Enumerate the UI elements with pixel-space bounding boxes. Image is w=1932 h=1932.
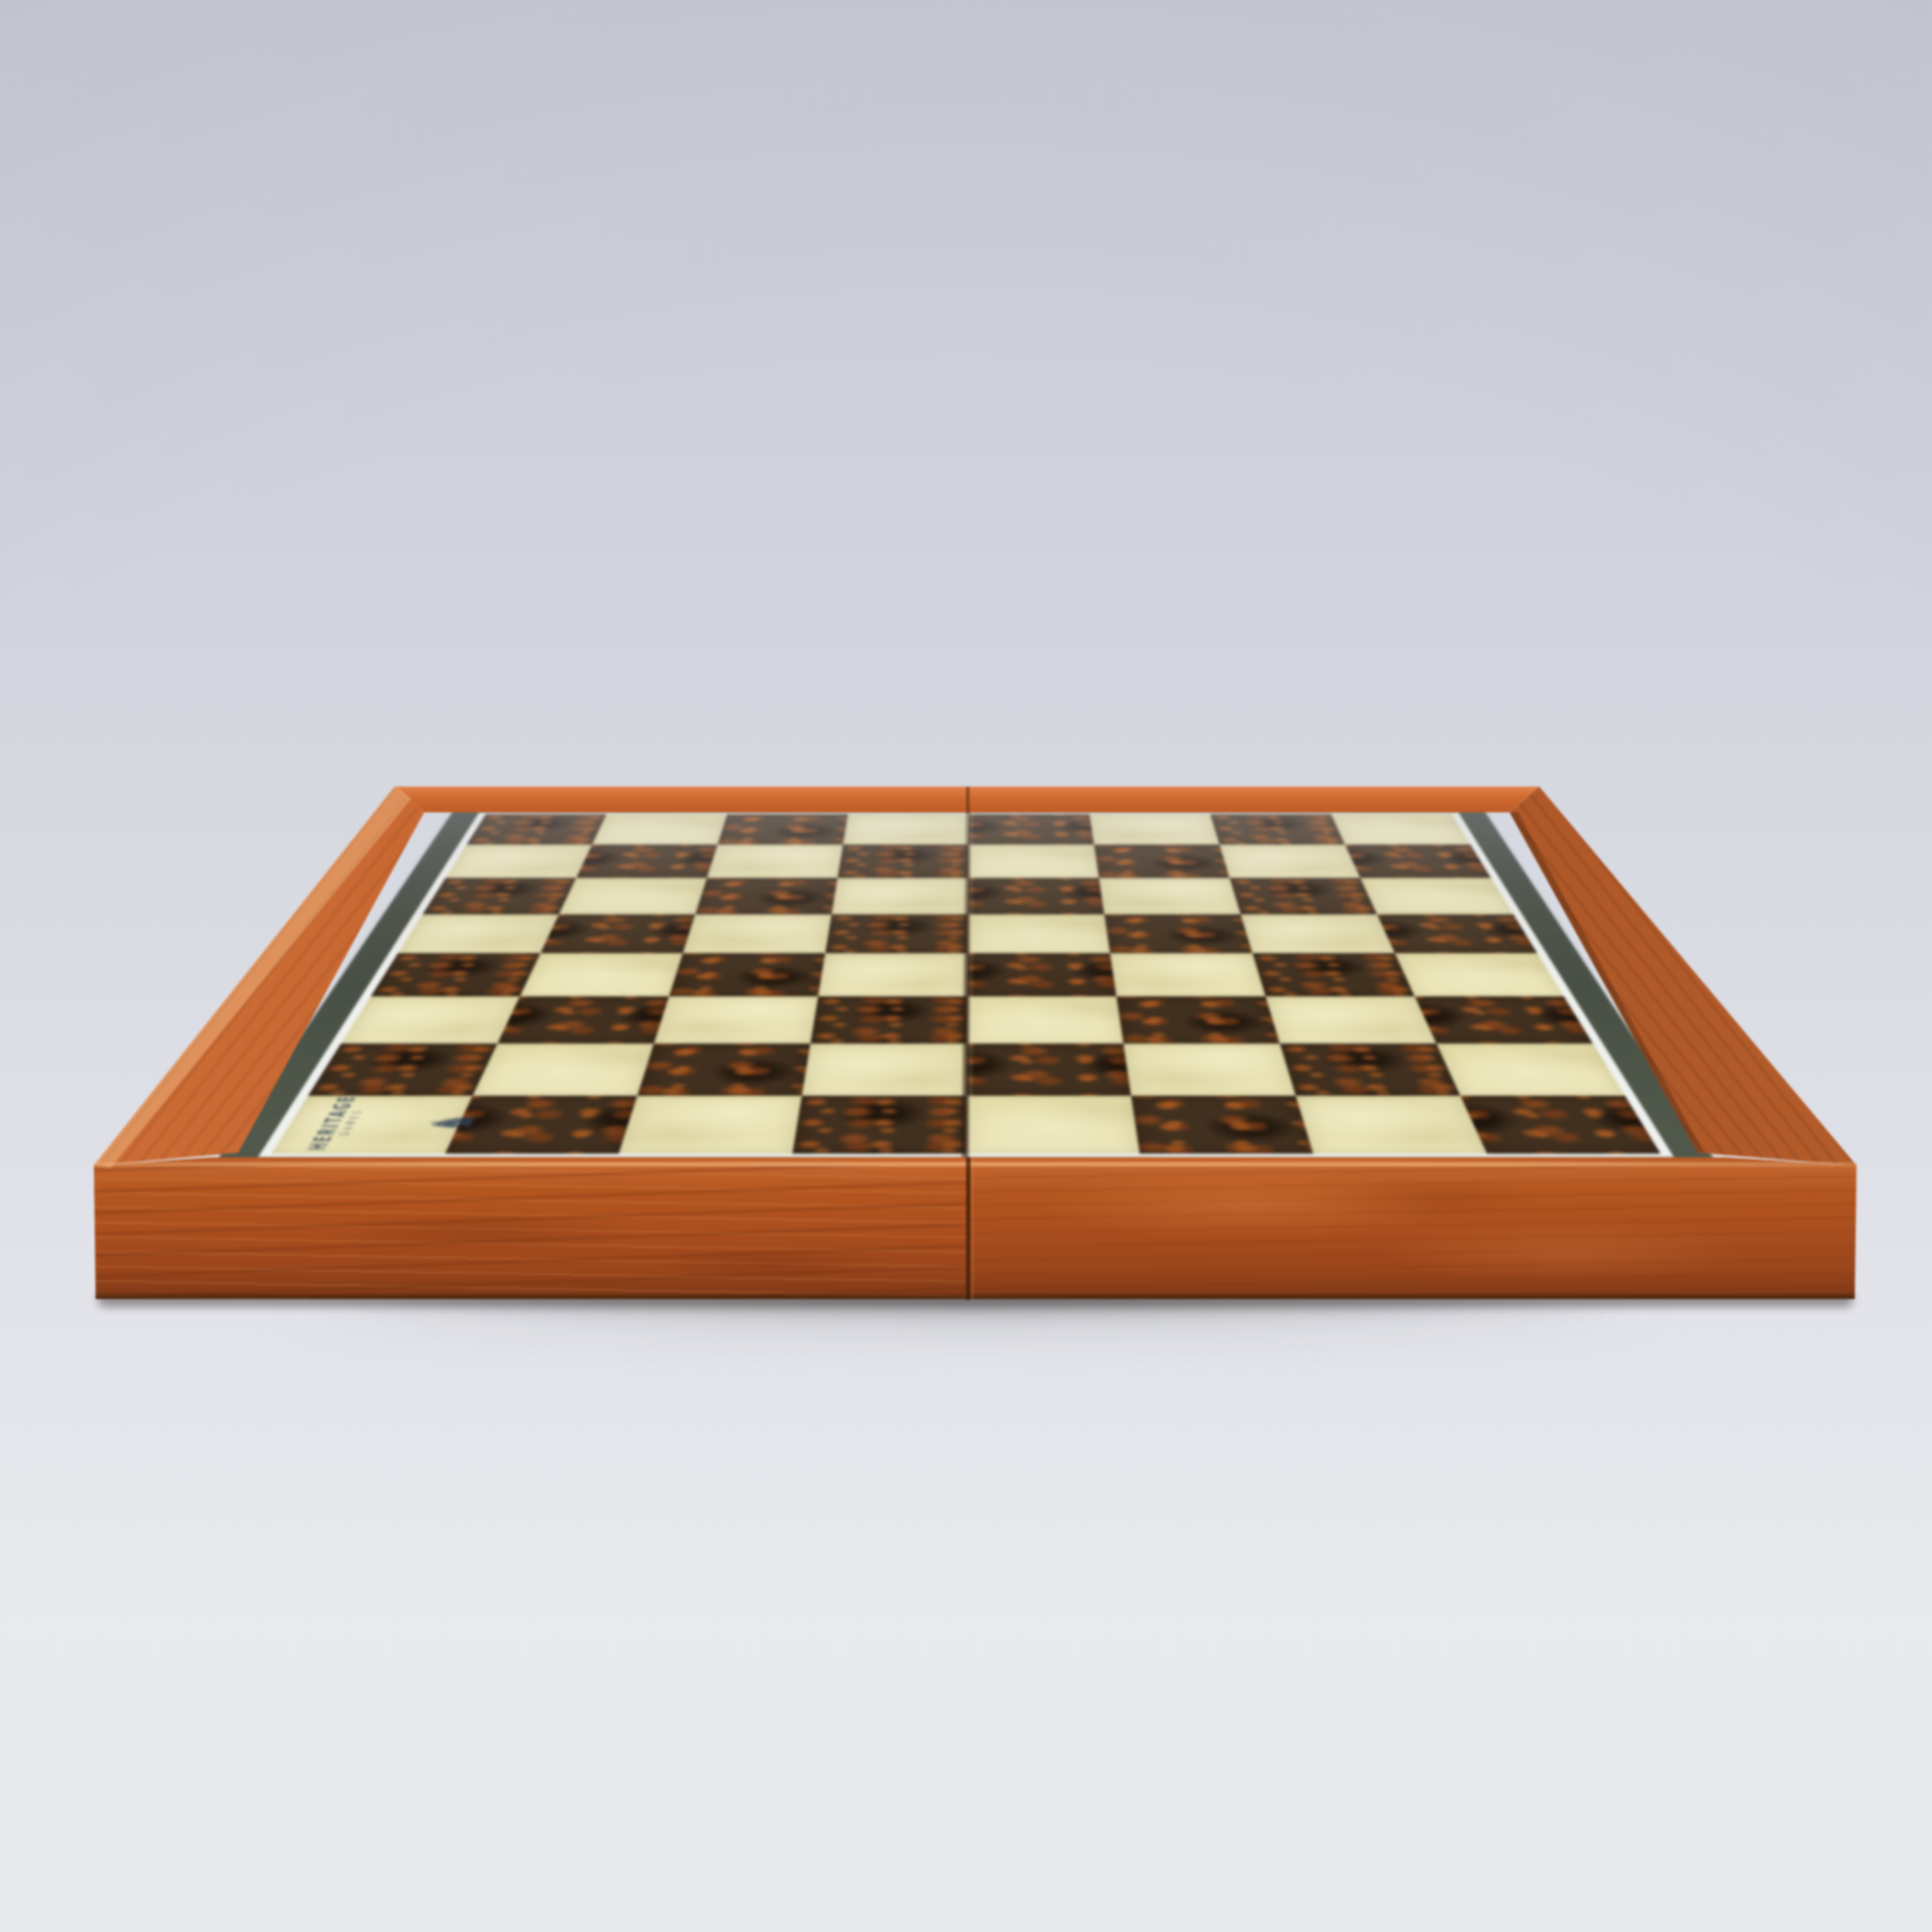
square (340, 996, 520, 1043)
square (707, 845, 843, 878)
square (683, 914, 832, 954)
square (1104, 914, 1252, 954)
square (792, 1096, 966, 1154)
square (669, 953, 825, 996)
square (445, 845, 592, 878)
product-photo-scene: HERITAGE GAMES ♞ (0, 0, 1932, 1932)
square (638, 1043, 811, 1096)
square (968, 878, 1104, 914)
frame-front-edge-highlight (94, 1162, 1857, 1167)
square (422, 878, 576, 914)
square (1331, 814, 1471, 845)
fold-seam-front (966, 1157, 971, 1300)
square (968, 914, 1110, 954)
square (1436, 1043, 1625, 1096)
square (1345, 845, 1491, 878)
square (498, 996, 670, 1043)
square (966, 1096, 1140, 1154)
square (1266, 996, 1437, 1043)
square (1460, 1096, 1661, 1154)
square (1110, 953, 1266, 996)
square (1252, 953, 1414, 996)
square (1361, 878, 1513, 914)
board-surface: HERITAGE GAMES ♞ (271, 814, 1661, 1154)
square (1240, 914, 1395, 954)
square (837, 845, 968, 878)
square (832, 878, 968, 914)
square (1123, 1043, 1295, 1096)
square (308, 1043, 498, 1096)
square (1089, 814, 1219, 845)
square (466, 814, 606, 845)
square (1211, 814, 1346, 845)
square (540, 914, 695, 954)
square (371, 953, 540, 996)
square (969, 814, 1094, 845)
square (397, 914, 558, 954)
folding-chessboard: HERITAGE GAMES ♞ (0, 0, 1932, 1932)
front-face-bottom-edge (94, 1294, 1857, 1300)
front-face-grain-left (92, 1163, 969, 1301)
square (654, 996, 819, 1043)
square (967, 1043, 1132, 1096)
square (1230, 878, 1377, 914)
square (1117, 996, 1281, 1043)
front-face-grain-right (969, 1163, 1857, 1301)
square (1415, 996, 1593, 1043)
square (592, 814, 727, 845)
knight-icon: ♞ (420, 1114, 486, 1132)
square (696, 878, 838, 914)
fold-seam-back-rail (966, 787, 970, 813)
square (1377, 914, 1537, 954)
square (1395, 953, 1564, 996)
square (576, 845, 718, 878)
square (1220, 845, 1361, 878)
square (520, 953, 683, 996)
square (1099, 878, 1241, 914)
square (967, 953, 1116, 996)
square (1280, 1043, 1460, 1096)
square (811, 996, 968, 1043)
square (967, 996, 1123, 1043)
square (825, 914, 968, 954)
square (619, 1096, 802, 1154)
square (843, 814, 969, 845)
square (559, 878, 707, 914)
square (1131, 1096, 1313, 1154)
square (968, 845, 1098, 878)
square (1094, 845, 1229, 878)
square (802, 1043, 967, 1096)
square (718, 814, 848, 845)
square (1295, 1096, 1487, 1154)
square (818, 953, 967, 996)
square (473, 1043, 654, 1096)
